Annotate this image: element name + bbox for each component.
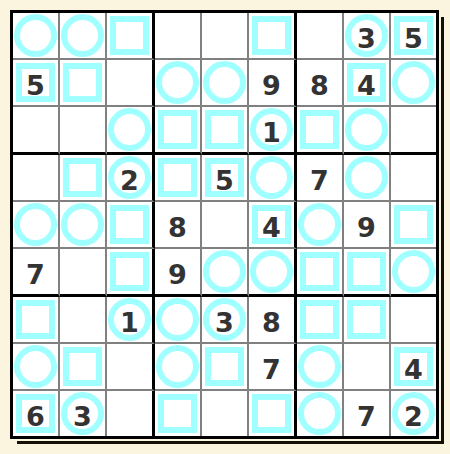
square-mark bbox=[63, 63, 102, 102]
given-digit: 4 bbox=[404, 356, 423, 383]
square-mark bbox=[300, 252, 339, 291]
cell-r6c8[interactable] bbox=[344, 249, 391, 297]
cell-r8c9[interactable]: 4 bbox=[391, 344, 436, 391]
circle-mark bbox=[250, 156, 293, 199]
cell-r6c1[interactable]: 7 bbox=[13, 249, 60, 297]
square-mark bbox=[205, 110, 244, 149]
circle-mark bbox=[156, 61, 199, 104]
cell-r6c3[interactable] bbox=[107, 249, 155, 297]
square-mark bbox=[300, 300, 339, 339]
given-digit: 8 bbox=[262, 309, 281, 336]
cell-r5c3[interactable] bbox=[107, 202, 155, 249]
circle-mark bbox=[14, 203, 57, 246]
cell-r3c1[interactable] bbox=[13, 107, 60, 155]
cell-r1c9[interactable]: 5 bbox=[391, 13, 436, 60]
square-mark bbox=[158, 394, 197, 433]
cell-r7c7[interactable] bbox=[297, 297, 344, 344]
given-digit: 7 bbox=[357, 403, 376, 430]
cell-r4c2[interactable] bbox=[60, 155, 107, 202]
cell-r4c7[interactable]: 7 bbox=[297, 155, 344, 202]
square-mark bbox=[347, 252, 386, 291]
given-digit: 9 bbox=[168, 261, 187, 288]
cell-r9c4[interactable] bbox=[155, 391, 202, 436]
cell-r7c9[interactable] bbox=[391, 297, 436, 344]
circle-mark bbox=[14, 345, 57, 388]
cell-r2c4[interactable] bbox=[155, 60, 202, 107]
cell-r4c4[interactable] bbox=[155, 155, 202, 202]
circle-mark bbox=[203, 61, 246, 104]
cell-r1c2[interactable] bbox=[60, 13, 107, 60]
sudoku-board: 355984125784979138746372 bbox=[10, 10, 439, 439]
cell-r2c1[interactable]: 5 bbox=[13, 60, 60, 107]
given-digit: 9 bbox=[262, 72, 281, 99]
cell-r7c1[interactable] bbox=[13, 297, 60, 344]
cell-r7c6[interactable]: 8 bbox=[249, 297, 297, 344]
cell-r6c4[interactable]: 9 bbox=[155, 249, 202, 297]
given-digit: 3 bbox=[357, 25, 376, 52]
cell-r3c3[interactable] bbox=[107, 107, 155, 155]
cell-r1c3[interactable] bbox=[107, 13, 155, 60]
cell-r5c7[interactable] bbox=[297, 202, 344, 249]
circle-mark bbox=[14, 14, 57, 57]
cell-r1c4[interactable] bbox=[155, 13, 202, 60]
square-mark bbox=[63, 347, 102, 386]
cell-r6c9[interactable] bbox=[391, 249, 436, 297]
circle-mark bbox=[156, 298, 199, 341]
square-mark bbox=[252, 16, 291, 55]
cell-r1c1[interactable] bbox=[13, 13, 60, 60]
cell-r2c6[interactable]: 9 bbox=[249, 60, 297, 107]
given-digit: 9 bbox=[357, 214, 376, 241]
circle-mark bbox=[250, 250, 293, 293]
given-digit: 5 bbox=[215, 167, 234, 194]
cell-r5c9[interactable] bbox=[391, 202, 436, 249]
cell-r7c4[interactable] bbox=[155, 297, 202, 344]
cell-r7c2[interactable] bbox=[60, 297, 107, 344]
cell-r8c8[interactable] bbox=[344, 344, 391, 391]
cell-r5c6[interactable]: 4 bbox=[249, 202, 297, 249]
cell-r4c6[interactable] bbox=[249, 155, 297, 202]
given-digit: 7 bbox=[262, 356, 281, 383]
cell-r5c4[interactable]: 8 bbox=[155, 202, 202, 249]
circle-mark bbox=[203, 250, 246, 293]
cell-r7c8[interactable] bbox=[344, 297, 391, 344]
cell-r4c9[interactable] bbox=[391, 155, 436, 202]
cell-r3c2[interactable] bbox=[60, 107, 107, 155]
given-digit: 1 bbox=[120, 309, 139, 336]
cell-r2c2[interactable] bbox=[60, 60, 107, 107]
cell-r8c4[interactable] bbox=[155, 344, 202, 391]
given-digit: 8 bbox=[310, 72, 329, 99]
cell-r2c7[interactable]: 8 bbox=[297, 60, 344, 107]
cell-r3c6[interactable]: 1 bbox=[249, 107, 297, 155]
cell-r8c7[interactable] bbox=[297, 344, 344, 391]
given-digit: 7 bbox=[310, 167, 329, 194]
square-mark bbox=[394, 205, 433, 244]
cell-r1c5[interactable] bbox=[202, 13, 249, 60]
cell-r4c5[interactable]: 5 bbox=[202, 155, 249, 202]
given-digit: 2 bbox=[120, 167, 139, 194]
cell-r5c1[interactable] bbox=[13, 202, 60, 249]
cell-r2c8[interactable]: 4 bbox=[344, 60, 391, 107]
cell-r5c2[interactable] bbox=[60, 202, 107, 249]
square-mark bbox=[252, 394, 291, 433]
cell-r6c6[interactable] bbox=[249, 249, 297, 297]
square-mark bbox=[205, 347, 244, 386]
given-digit: 4 bbox=[357, 72, 376, 99]
circle-mark bbox=[298, 203, 341, 246]
cell-r1c7[interactable] bbox=[297, 13, 344, 60]
square-mark bbox=[158, 158, 197, 197]
cell-r5c5[interactable] bbox=[202, 202, 249, 249]
given-digit: 3 bbox=[215, 309, 234, 336]
cell-r2c9[interactable] bbox=[391, 60, 436, 107]
cell-r9c3[interactable] bbox=[107, 391, 155, 436]
cell-r7c5[interactable]: 3 bbox=[202, 297, 249, 344]
cell-r8c5[interactable] bbox=[202, 344, 249, 391]
cell-r9c6[interactable] bbox=[249, 391, 297, 436]
given-digit: 5 bbox=[404, 25, 423, 52]
cell-r8c1[interactable] bbox=[13, 344, 60, 391]
cell-r9c9[interactable]: 2 bbox=[391, 391, 436, 436]
square-mark bbox=[300, 110, 339, 149]
square-mark bbox=[63, 158, 102, 197]
cell-r2c5[interactable] bbox=[202, 60, 249, 107]
cell-r9c8[interactable]: 7 bbox=[344, 391, 391, 436]
cell-r9c5[interactable] bbox=[202, 391, 249, 436]
circle-mark bbox=[298, 392, 341, 435]
cell-r3c5[interactable] bbox=[202, 107, 249, 155]
cell-r3c8[interactable] bbox=[344, 107, 391, 155]
circle-mark bbox=[61, 203, 104, 246]
cell-r9c2[interactable]: 3 bbox=[60, 391, 107, 436]
given-digit: 4 bbox=[262, 214, 281, 241]
circle-mark bbox=[345, 156, 388, 199]
cell-r4c8[interactable] bbox=[344, 155, 391, 202]
given-digit: 2 bbox=[404, 403, 423, 430]
circle-mark bbox=[61, 14, 104, 57]
cell-r8c3[interactable] bbox=[107, 344, 155, 391]
cell-r6c7[interactable] bbox=[297, 249, 344, 297]
cell-r5c8[interactable]: 9 bbox=[344, 202, 391, 249]
cell-r1c6[interactable] bbox=[249, 13, 297, 60]
given-digit: 6 bbox=[26, 403, 45, 430]
square-mark bbox=[347, 300, 386, 339]
cell-r8c2[interactable] bbox=[60, 344, 107, 391]
circle-mark bbox=[392, 61, 435, 104]
cell-r7c3[interactable]: 1 bbox=[107, 297, 155, 344]
cell-r9c7[interactable] bbox=[297, 391, 344, 436]
given-digit: 3 bbox=[73, 403, 92, 430]
circle-mark bbox=[108, 108, 151, 151]
given-digit: 8 bbox=[168, 214, 187, 241]
cell-r8c6[interactable]: 7 bbox=[249, 344, 297, 391]
given-digit: 7 bbox=[26, 261, 45, 288]
given-digit: 1 bbox=[262, 119, 281, 146]
circle-mark bbox=[392, 250, 435, 293]
cell-r2c3[interactable] bbox=[107, 60, 155, 107]
cell-r3c9[interactable] bbox=[391, 107, 436, 155]
given-digit: 5 bbox=[26, 72, 45, 99]
cell-r3c4[interactable] bbox=[155, 107, 202, 155]
square-mark bbox=[110, 205, 149, 244]
circle-mark bbox=[156, 345, 199, 388]
cell-r4c1[interactable] bbox=[13, 155, 60, 202]
cell-r1c8[interactable]: 3 bbox=[344, 13, 391, 60]
cell-r4c3[interactable]: 2 bbox=[107, 155, 155, 202]
square-mark bbox=[158, 110, 197, 149]
circle-mark bbox=[345, 108, 388, 151]
square-mark bbox=[110, 252, 149, 291]
cell-r9c1[interactable]: 6 bbox=[13, 391, 60, 436]
cell-r3c7[interactable] bbox=[297, 107, 344, 155]
cell-r6c5[interactable] bbox=[202, 249, 249, 297]
square-mark bbox=[110, 16, 149, 55]
circle-mark bbox=[298, 345, 341, 388]
cell-r6c2[interactable] bbox=[60, 249, 107, 297]
square-mark bbox=[16, 300, 55, 339]
